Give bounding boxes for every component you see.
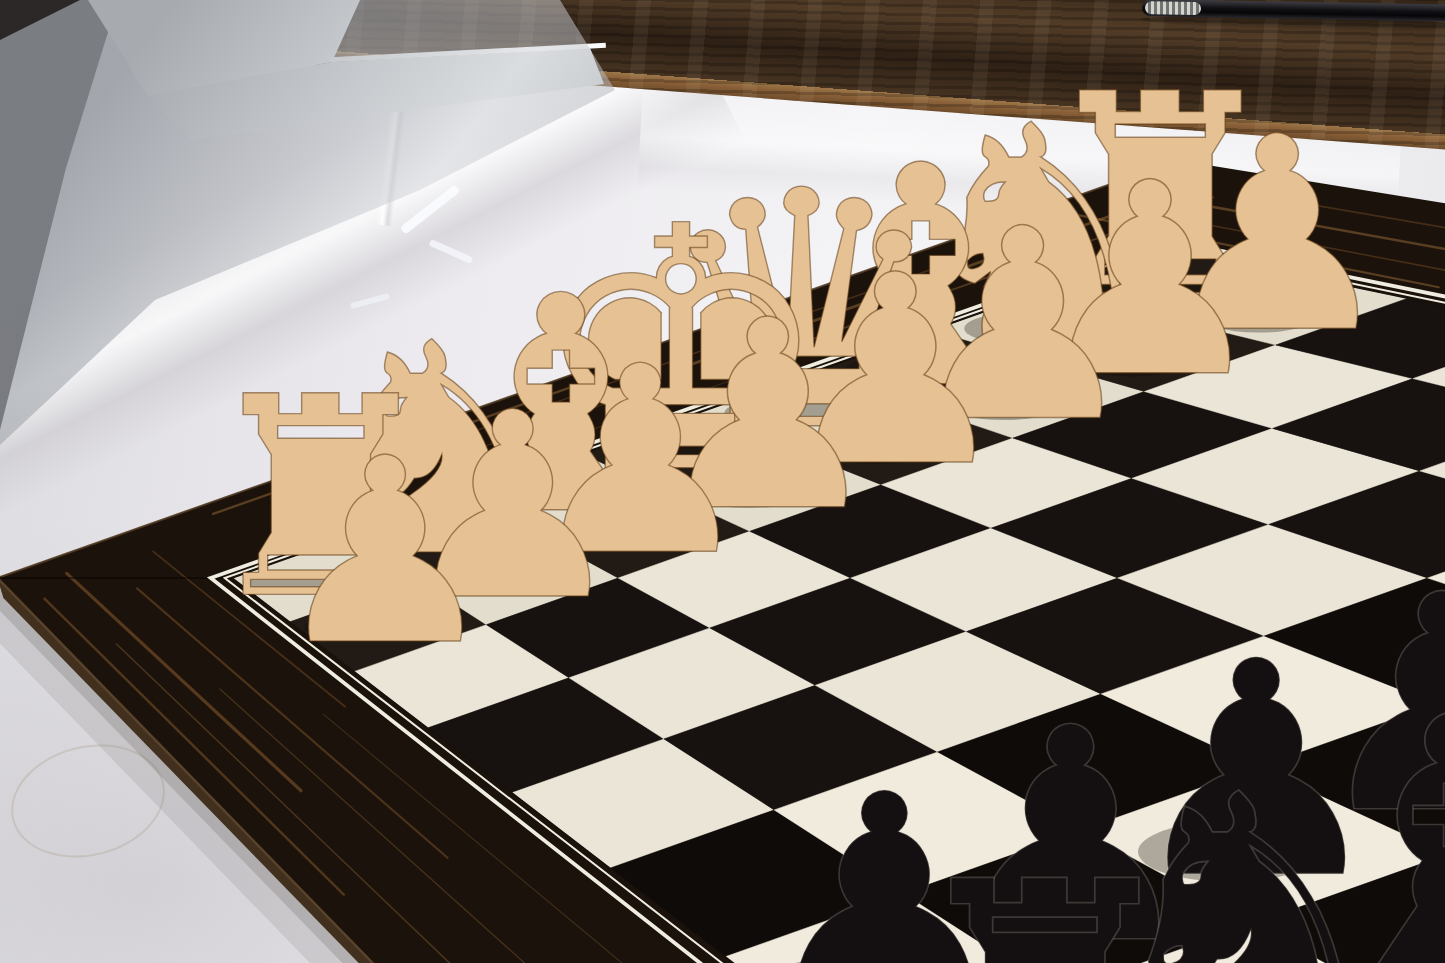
photo-scene: ♜♟♞♟♝♟♛♟♚♟♝♟♞♟♜♟♟♟♟♟♝♟♞♜ <box>0 0 1445 963</box>
chessboard: ♜♟♞♟♝♟♛♟♚♟♝♟♞♟♜♟♟♟♟♟♝♟♞♜ <box>0 0 1445 963</box>
black-rook-h8: ♜ <box>895 811 1194 963</box>
white-pawn-h2: ♟ <box>270 403 500 701</box>
